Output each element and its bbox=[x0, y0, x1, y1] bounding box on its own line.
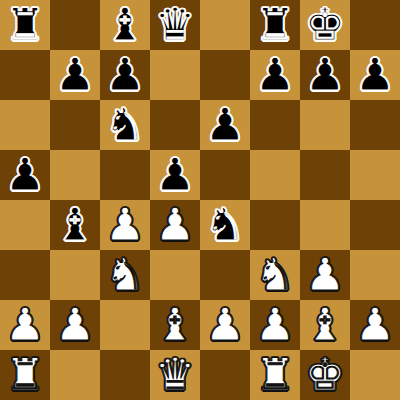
piece-white-pawn[interactable]: ♟ bbox=[305, 250, 345, 300]
piece-white-pawn[interactable]: ♟ bbox=[155, 200, 195, 250]
square-h4[interactable] bbox=[350, 200, 400, 250]
square-d8[interactable]: ♛ bbox=[150, 0, 200, 50]
square-f3[interactable]: ♞ bbox=[250, 250, 300, 300]
square-f6[interactable] bbox=[250, 100, 300, 150]
piece-black-pawn[interactable]: ♟ bbox=[55, 50, 95, 100]
piece-black-queen[interactable]: ♛ bbox=[155, 0, 195, 50]
piece-white-knight[interactable]: ♞ bbox=[105, 250, 145, 300]
chess-app: ♜♝♛♜♚♟♟♟♟♟♞♟♟♟♝♟♟♞♞♞♟♟♟♝♟♟♝♟♜♛♜♚ bbox=[0, 0, 400, 400]
piece-black-bishop[interactable]: ♝ bbox=[55, 200, 95, 250]
square-e8[interactable] bbox=[200, 0, 250, 50]
square-b1[interactable] bbox=[50, 350, 100, 400]
square-h8[interactable] bbox=[350, 0, 400, 50]
square-a4[interactable] bbox=[0, 200, 50, 250]
square-h1[interactable] bbox=[350, 350, 400, 400]
piece-white-pawn[interactable]: ♟ bbox=[55, 300, 95, 350]
square-e6[interactable]: ♟ bbox=[200, 100, 250, 150]
square-a5[interactable]: ♟ bbox=[0, 150, 50, 200]
piece-black-rook[interactable]: ♜ bbox=[255, 0, 295, 50]
piece-white-king[interactable]: ♚ bbox=[305, 350, 345, 400]
square-f7[interactable]: ♟ bbox=[250, 50, 300, 100]
square-e7[interactable] bbox=[200, 50, 250, 100]
piece-white-pawn[interactable]: ♟ bbox=[205, 300, 245, 350]
square-a1[interactable]: ♜ bbox=[0, 350, 50, 400]
square-c5[interactable] bbox=[100, 150, 150, 200]
square-a6[interactable] bbox=[0, 100, 50, 150]
square-g6[interactable] bbox=[300, 100, 350, 150]
square-h6[interactable] bbox=[350, 100, 400, 150]
chess-board: ♜♝♛♜♚♟♟♟♟♟♞♟♟♟♝♟♟♞♞♞♟♟♟♝♟♟♝♟♜♛♜♚ bbox=[0, 0, 400, 400]
square-g8[interactable]: ♚ bbox=[300, 0, 350, 50]
square-d2[interactable]: ♝ bbox=[150, 300, 200, 350]
square-g2[interactable]: ♝ bbox=[300, 300, 350, 350]
square-e4[interactable]: ♞ bbox=[200, 200, 250, 250]
piece-white-rook[interactable]: ♜ bbox=[5, 350, 45, 400]
square-h3[interactable] bbox=[350, 250, 400, 300]
piece-black-pawn[interactable]: ♟ bbox=[5, 150, 45, 200]
piece-white-bishop[interactable]: ♝ bbox=[305, 300, 345, 350]
piece-black-bishop[interactable]: ♝ bbox=[105, 0, 145, 50]
square-f2[interactable]: ♟ bbox=[250, 300, 300, 350]
square-c8[interactable]: ♝ bbox=[100, 0, 150, 50]
square-g1[interactable]: ♚ bbox=[300, 350, 350, 400]
square-e3[interactable] bbox=[200, 250, 250, 300]
square-f4[interactable] bbox=[250, 200, 300, 250]
square-b8[interactable] bbox=[50, 0, 100, 50]
piece-white-rook[interactable]: ♜ bbox=[255, 350, 295, 400]
piece-black-pawn[interactable]: ♟ bbox=[305, 50, 345, 100]
piece-black-pawn[interactable]: ♟ bbox=[355, 50, 395, 100]
square-b7[interactable]: ♟ bbox=[50, 50, 100, 100]
piece-black-pawn[interactable]: ♟ bbox=[255, 50, 295, 100]
piece-black-rook[interactable]: ♜ bbox=[5, 0, 45, 50]
piece-black-knight[interactable]: ♞ bbox=[105, 100, 145, 150]
square-a8[interactable]: ♜ bbox=[0, 0, 50, 50]
square-h5[interactable] bbox=[350, 150, 400, 200]
square-b4[interactable]: ♝ bbox=[50, 200, 100, 250]
square-c2[interactable] bbox=[100, 300, 150, 350]
square-g7[interactable]: ♟ bbox=[300, 50, 350, 100]
piece-white-queen[interactable]: ♛ bbox=[155, 350, 195, 400]
square-d7[interactable] bbox=[150, 50, 200, 100]
square-c1[interactable] bbox=[100, 350, 150, 400]
square-c6[interactable]: ♞ bbox=[100, 100, 150, 150]
piece-white-knight[interactable]: ♞ bbox=[255, 250, 295, 300]
square-d4[interactable]: ♟ bbox=[150, 200, 200, 250]
square-d6[interactable] bbox=[150, 100, 200, 150]
piece-black-knight[interactable]: ♞ bbox=[205, 200, 245, 250]
square-h7[interactable]: ♟ bbox=[350, 50, 400, 100]
square-c4[interactable]: ♟ bbox=[100, 200, 150, 250]
piece-white-pawn[interactable]: ♟ bbox=[255, 300, 295, 350]
square-a2[interactable]: ♟ bbox=[0, 300, 50, 350]
piece-white-pawn[interactable]: ♟ bbox=[105, 200, 145, 250]
square-g3[interactable]: ♟ bbox=[300, 250, 350, 300]
square-c3[interactable]: ♞ bbox=[100, 250, 150, 300]
square-g4[interactable] bbox=[300, 200, 350, 250]
square-a7[interactable] bbox=[0, 50, 50, 100]
square-b6[interactable] bbox=[50, 100, 100, 150]
piece-black-pawn[interactable]: ♟ bbox=[105, 50, 145, 100]
square-f5[interactable] bbox=[250, 150, 300, 200]
square-b5[interactable] bbox=[50, 150, 100, 200]
square-d1[interactable]: ♛ bbox=[150, 350, 200, 400]
square-g5[interactable] bbox=[300, 150, 350, 200]
square-e5[interactable] bbox=[200, 150, 250, 200]
square-c7[interactable]: ♟ bbox=[100, 50, 150, 100]
piece-white-bishop[interactable]: ♝ bbox=[155, 300, 195, 350]
square-f1[interactable]: ♜ bbox=[250, 350, 300, 400]
square-e2[interactable]: ♟ bbox=[200, 300, 250, 350]
square-f8[interactable]: ♜ bbox=[250, 0, 300, 50]
square-d3[interactable] bbox=[150, 250, 200, 300]
piece-black-pawn[interactable]: ♟ bbox=[155, 150, 195, 200]
square-e1[interactable] bbox=[200, 350, 250, 400]
square-d5[interactable]: ♟ bbox=[150, 150, 200, 200]
square-h2[interactable]: ♟ bbox=[350, 300, 400, 350]
square-b3[interactable] bbox=[50, 250, 100, 300]
piece-white-pawn[interactable]: ♟ bbox=[355, 300, 395, 350]
square-b2[interactable]: ♟ bbox=[50, 300, 100, 350]
piece-black-pawn[interactable]: ♟ bbox=[205, 100, 245, 150]
square-a3[interactable] bbox=[0, 250, 50, 300]
piece-black-king[interactable]: ♚ bbox=[305, 0, 345, 50]
piece-white-pawn[interactable]: ♟ bbox=[5, 300, 45, 350]
